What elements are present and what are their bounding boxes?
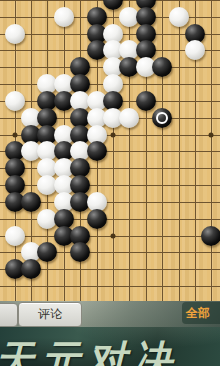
board-gridline-horizontal: [0, 286, 220, 287]
comment-button[interactable]: 评论: [18, 302, 82, 327]
banner-calligraphy-text: 天元对决: [0, 333, 220, 366]
left-partial-button[interactable]: [0, 303, 18, 327]
white-stone: [5, 91, 25, 111]
black-stone: [201, 226, 220, 246]
black-stone: [37, 242, 57, 262]
black-stone: [152, 108, 172, 128]
white-stone: [169, 7, 189, 27]
star-point: [111, 233, 116, 238]
white-stone: [5, 226, 25, 246]
white-stone: [119, 108, 139, 128]
star-point: [209, 132, 214, 137]
all-button[interactable]: 全部: [182, 302, 220, 324]
black-stone: [136, 91, 156, 111]
star-point: [12, 132, 17, 137]
board-gridline-horizontal: [0, 168, 220, 169]
go-board[interactable]: [0, 0, 220, 303]
black-stone: [103, 0, 123, 10]
black-stone: [21, 192, 41, 212]
white-stone: [54, 7, 74, 27]
black-stone: [21, 259, 41, 279]
board-gridline-horizontal: [0, 185, 220, 186]
last-move-marker: [156, 112, 168, 124]
star-point: [111, 132, 116, 137]
black-stone: [152, 57, 172, 77]
black-stone: [87, 209, 107, 229]
board-gridline-horizontal: [0, 219, 220, 220]
white-stone: [5, 24, 25, 44]
white-stone: [185, 40, 205, 60]
black-stone: [87, 141, 107, 161]
black-stone: [70, 242, 90, 262]
bottom-toolbar: 评论 全部: [0, 301, 220, 327]
go-app-window: 评论 全部 天元对决: [0, 0, 220, 366]
calligraphy-banner: 天元对决: [0, 327, 220, 366]
